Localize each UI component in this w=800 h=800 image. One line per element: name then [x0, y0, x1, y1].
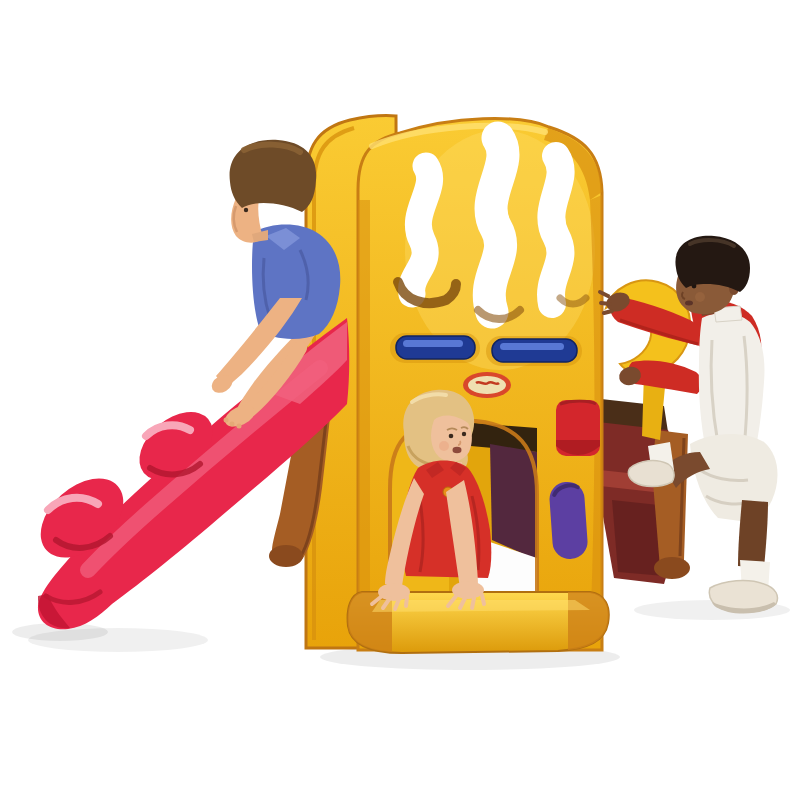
- panel-left-edge-shade: [358, 200, 370, 640]
- s-cutout-3: [551, 156, 561, 304]
- girl-eye-right: [462, 432, 466, 436]
- girl-cheek: [439, 441, 449, 451]
- grab-bar-left-highlight: [403, 340, 463, 347]
- boy-eye: [244, 208, 248, 212]
- red-insert-opening: [556, 400, 600, 456]
- girl-mouth: [453, 447, 462, 453]
- steps-assembly: [592, 398, 690, 584]
- product-photo: [0, 0, 800, 800]
- little-tikes-logo-badge: [463, 372, 511, 398]
- boy-toe-1: [224, 418, 229, 423]
- grab-bar-left: [396, 336, 475, 359]
- toddler-mouth: [685, 301, 693, 306]
- boy-toe-2: [230, 422, 235, 427]
- playset-illustration: [0, 0, 800, 800]
- purple-porthole: [548, 481, 588, 560]
- toddler-cheek: [695, 292, 705, 302]
- girl-face: [431, 415, 472, 461]
- boy-toe-3: [237, 424, 242, 429]
- logo-inner: [468, 376, 506, 394]
- toddler-standing-leg: [738, 500, 768, 568]
- right-post-foot: [654, 557, 690, 579]
- grab-bar-right-highlight: [500, 343, 564, 350]
- toddler-hair: [675, 236, 750, 292]
- grab-bar-right: [492, 339, 577, 362]
- left-leg-foot: [269, 545, 303, 567]
- toddler-raised-shoe: [628, 461, 674, 487]
- girl-eye-left: [449, 434, 454, 439]
- s-cutout-2: [489, 138, 503, 312]
